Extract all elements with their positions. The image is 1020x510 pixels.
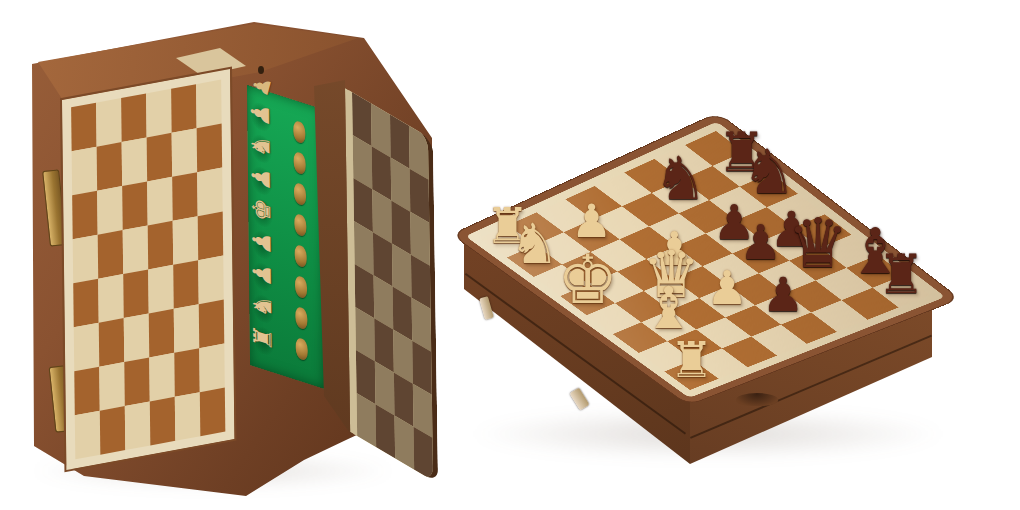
stored-piece-knight: ♞ [248, 131, 273, 161]
exterior-square [99, 362, 125, 411]
stored-piece-edge-on [294, 213, 306, 238]
exterior-square [147, 177, 173, 226]
exterior-square [200, 388, 226, 437]
exterior-square [73, 279, 99, 328]
keyhole-icon [258, 66, 264, 74]
exterior-square [199, 300, 225, 349]
exterior-square [100, 406, 126, 455]
stored-piece-king: ♚ [249, 195, 274, 225]
exterior-square [150, 397, 176, 446]
exterior-square [197, 168, 223, 217]
exterior-square [146, 89, 172, 138]
stored-piece-edge-on [293, 120, 305, 145]
exterior-square [123, 269, 149, 318]
exterior-square [124, 357, 150, 406]
exterior-checkerboard-door-half[interactable] [345, 88, 438, 484]
stored-piece-edge-on [296, 337, 308, 362]
exterior-square [198, 212, 224, 261]
closed-chess-box-with-position: ♜♞♞♟♟♜♟♟♞♟♛♝♜♛♚♟♟♝♜ [450, 105, 985, 485]
exterior-square [122, 181, 148, 230]
exterior-square [73, 235, 99, 284]
exterior-square [148, 221, 174, 270]
product-photo: ♟♞♟♚♟♟♞♜ ♟ ♜♞♞♟♟♜♟♟♞♟♛♝♜♛♚♟♟♝♜ [0, 0, 1020, 510]
open-storage-box: ♟♞♟♚♟♟♞♜ ♟ [8, 8, 448, 504]
stored-piece-edge-on [294, 182, 306, 207]
stored-piece-edge-on [295, 275, 307, 300]
exterior-square [199, 344, 225, 393]
exterior-square [75, 411, 101, 460]
stored-piece-edge-on [294, 151, 306, 176]
exterior-checkerboard-left-half [62, 69, 234, 470]
stored-piece-rook: ♜ [250, 323, 275, 353]
stored-piece-knight: ♞ [250, 291, 275, 321]
exterior-square [198, 256, 224, 305]
exterior-square [72, 147, 98, 196]
exterior-square [172, 128, 198, 177]
exterior-square [98, 230, 124, 279]
exterior-square [121, 93, 147, 142]
exterior-square [173, 216, 199, 265]
exterior-square [148, 265, 174, 314]
exterior-square [174, 304, 200, 353]
stored-piece-edge-on [295, 306, 307, 331]
exterior-square [125, 401, 151, 450]
exterior-square [123, 225, 149, 274]
exterior-square [97, 142, 123, 191]
stored-piece-pawn: ♟ [250, 259, 275, 289]
exterior-square [122, 137, 148, 186]
exterior-square [196, 80, 222, 129]
exterior-square [174, 348, 200, 397]
stored-piece-pawn: ♟ [248, 99, 273, 129]
exterior-square [74, 323, 100, 372]
hinge-icon [570, 388, 590, 411]
exterior-square [96, 98, 122, 147]
exterior-square [124, 313, 150, 362]
exterior-square [72, 191, 98, 240]
felt-storage-panel: ♟♞♟♚♟♟♞♜ [247, 85, 324, 389]
exterior-square [99, 318, 125, 367]
exterior-square [149, 309, 175, 358]
exterior-square [175, 392, 201, 441]
stored-piece-pawn: ♟ [249, 227, 274, 257]
exterior-square [71, 103, 97, 152]
exterior-square [173, 260, 199, 309]
exterior-square [147, 133, 173, 182]
stored-piece-edge-on [295, 244, 307, 269]
exterior-square [74, 367, 100, 416]
finger-notch [736, 393, 778, 406]
exterior-square [197, 124, 223, 173]
exterior-square [149, 353, 175, 402]
exterior-square [98, 274, 124, 323]
exterior-square [97, 186, 123, 235]
stored-piece-pawn: ♟ [249, 163, 274, 193]
exterior-square [171, 84, 197, 133]
exterior-square [172, 172, 198, 221]
